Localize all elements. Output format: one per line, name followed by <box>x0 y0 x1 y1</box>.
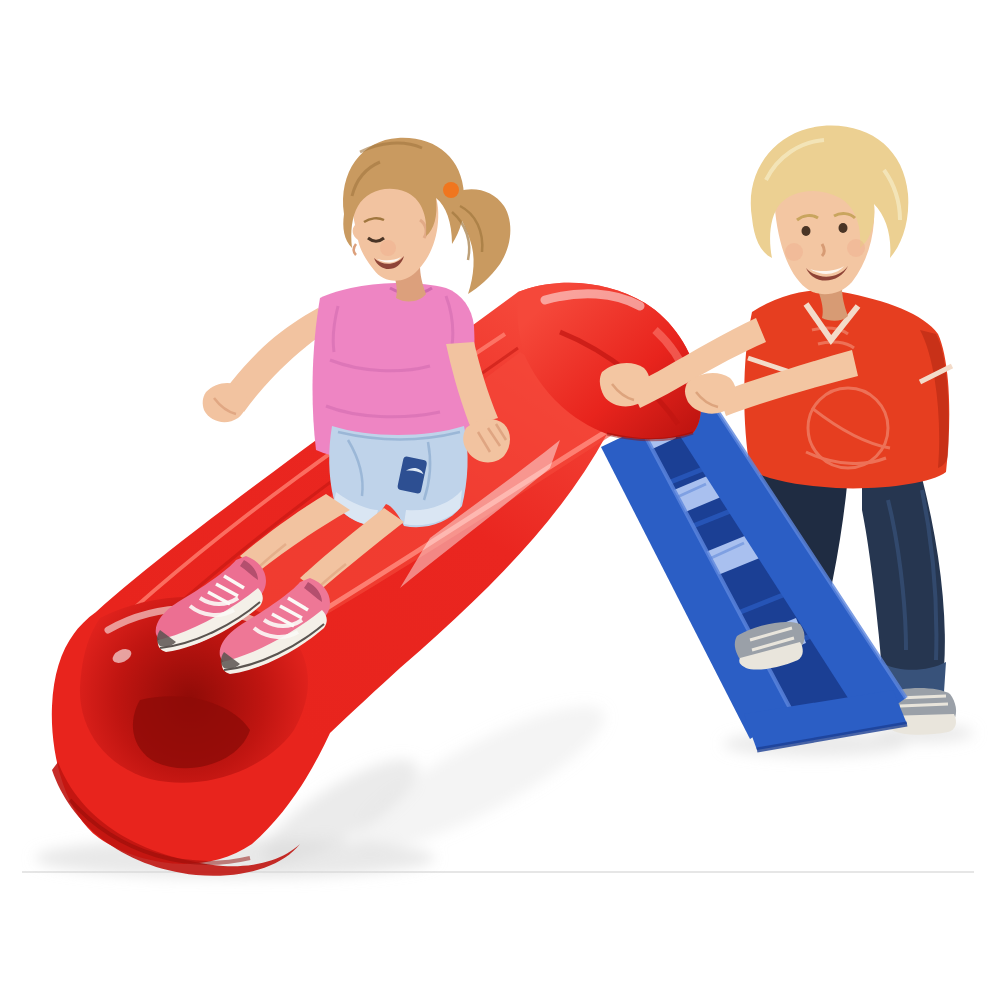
product-photo <box>0 0 1000 1000</box>
girl-hair-tie <box>443 182 459 198</box>
boy-cheek-left <box>785 243 803 261</box>
boy-right-eye <box>839 223 848 233</box>
girl-cheek <box>380 240 396 256</box>
scene-canvas <box>0 0 1000 1000</box>
boy-cheek-right <box>847 239 865 257</box>
boy-left-eye <box>802 226 811 236</box>
